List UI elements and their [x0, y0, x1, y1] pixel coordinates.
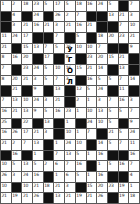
cell-number: 23: [23, 65, 28, 70]
cell-r5c0[interactable]: 8: [1, 54, 11, 64]
cell-number: 21: [2, 193, 7, 198]
cell-number: 20: [12, 76, 17, 81]
cell-number: 7: [55, 151, 58, 156]
block-cell-r14c11: [119, 151, 129, 161]
cell-r4c7[interactable]: 10: [76, 44, 86, 54]
cell-r4c12[interactable]: 9: [129, 44, 139, 54]
cell-r12c7[interactable]: 1: [76, 129, 86, 139]
cell-r11c12[interactable]: 9: [129, 119, 139, 129]
cell-number: 1: [87, 172, 90, 177]
cell-r7c3[interactable]: 3: [33, 76, 43, 86]
cell-r0c2[interactable]: 18: [22, 1, 32, 11]
cell-r7c9[interactable]: 5: [97, 76, 107, 86]
cell-r13c11[interactable]: 7: [119, 140, 129, 150]
cell-r17c4[interactable]: 18: [44, 183, 54, 193]
cell-number: 9: [34, 108, 37, 113]
cell-r15c9[interactable]: 1: [97, 161, 107, 171]
cell-number: 1: [34, 151, 37, 156]
cell-r15c1[interactable]: 5: [12, 161, 22, 171]
cell-r7c8[interactable]: 16: [87, 76, 97, 86]
cell-r6c4[interactable]: 5: [44, 65, 54, 75]
cell-number: 10: [87, 44, 92, 49]
cell-r3c12[interactable]: 21: [129, 33, 139, 43]
cell-r1c12[interactable]: 3: [129, 12, 139, 22]
cell-r9c5[interactable]: 21: [54, 97, 64, 107]
cell-r2c4[interactable]: 21: [44, 22, 54, 32]
cell-r17c6[interactable]: 3: [65, 183, 75, 193]
cell-number: 2: [66, 12, 69, 17]
given-letter: О: [65, 68, 75, 75]
cell-r6c0[interactable]: 7: [1, 65, 11, 75]
block-cell-r3c6: [65, 33, 75, 43]
cell-number: 16: [76, 161, 81, 166]
cell-r3c2[interactable]: 17: [22, 33, 32, 43]
cell-r7c10[interactable]: 5: [108, 76, 118, 86]
cell-r15c0[interactable]: 10: [1, 161, 11, 171]
cell-r2c2[interactable]: 21: [22, 22, 32, 32]
cell-number: 5: [108, 1, 111, 6]
cell-r15c7[interactable]: 16: [76, 161, 86, 171]
cell-r15c3[interactable]: 5: [33, 161, 43, 171]
cell-r16c6[interactable]: 6: [65, 172, 75, 182]
cell-r0c7[interactable]: 18: [76, 1, 86, 11]
cell-number: 5: [44, 65, 47, 70]
cell-r7c4[interactable]: 5: [44, 76, 54, 86]
cell-r17c3[interactable]: 21: [33, 183, 43, 193]
cell-r12c10[interactable]: 21: [108, 129, 118, 139]
cell-r12c4[interactable]: 3: [44, 129, 54, 139]
cell-number: 14: [98, 140, 103, 145]
block-cell-r8c12: [129, 86, 139, 96]
cell-r13c7[interactable]: 10: [76, 140, 86, 150]
cell-r17c9[interactable]: 20: [97, 183, 107, 193]
cell-number: 2: [12, 1, 15, 6]
cell-number: 7: [119, 76, 122, 81]
cell-number: 3: [44, 129, 47, 134]
cell-r2c11[interactable]: 7: [119, 22, 129, 32]
cell-number: 24: [87, 119, 92, 124]
cell-r10c8[interactable]: 10: [87, 108, 97, 118]
cell-r7c2[interactable]: 21: [22, 76, 32, 86]
cell-number: 21: [23, 22, 28, 27]
cell-r4c4[interactable]: 7: [44, 44, 54, 54]
cell-r1c5[interactable]: 26: [54, 12, 64, 22]
block-cell-r5c5: [54, 54, 64, 64]
cell-number: 7: [2, 65, 5, 70]
cell-r9c12[interactable]: 3: [129, 97, 139, 107]
cell-r16c0[interactable]: 26: [1, 172, 11, 182]
cell-r10c0[interactable]: 16: [1, 108, 11, 118]
cell-r6c11[interactable]: 13: [119, 65, 129, 75]
cell-r14c1[interactable]: 16: [12, 151, 22, 161]
cell-number: 16: [12, 54, 17, 59]
cell-r3c9[interactable]: 18: [97, 33, 107, 43]
cell-number: 14: [130, 76, 135, 81]
cell-r17c5[interactable]: 21: [54, 183, 64, 193]
cell-r17c11[interactable]: 19: [119, 183, 129, 193]
cell-r14c9[interactable]: 16: [97, 151, 107, 161]
cell-r18c11[interactable]: 19: [119, 193, 129, 203]
cell-number: 23: [66, 108, 71, 113]
cell-r14c3[interactable]: 1: [33, 151, 43, 161]
cell-number: 26: [2, 172, 7, 177]
block-cell-r11c7: [76, 119, 86, 129]
cell-r11c2[interactable]: 22: [22, 119, 32, 129]
cell-r8c3[interactable]: 9: [33, 86, 43, 96]
block-cell-r9c6: [65, 97, 75, 107]
cell-r18c1[interactable]: 19: [12, 193, 22, 203]
cell-r13c5[interactable]: 1: [54, 140, 64, 150]
cell-number: 3: [34, 76, 37, 81]
cell-r4c8[interactable]: 10: [87, 44, 97, 54]
cell-number: 7: [55, 76, 58, 81]
cell-r18c12[interactable]: 18: [129, 193, 139, 203]
cell-number: 15: [76, 65, 81, 70]
cell-number: 13: [55, 86, 60, 91]
cell-r12c3[interactable]: 21: [33, 129, 43, 139]
cell-r3c1[interactable]: 24: [12, 33, 22, 43]
cell-r11c4[interactable]: 13: [44, 119, 54, 129]
cell-r7c6[interactable]: 3Л: [65, 76, 75, 86]
cell-r11c8[interactable]: 24: [87, 119, 97, 129]
block-cell-r4c11: [119, 44, 129, 54]
cell-r18c0[interactable]: 21: [1, 193, 11, 203]
cell-number: 23: [87, 54, 92, 59]
cell-number: 16: [2, 108, 7, 113]
cell-number: 1: [2, 1, 5, 6]
cell-r3c7[interactable]: 5: [76, 33, 86, 43]
cell-r4c3[interactable]: 13: [33, 44, 43, 54]
cell-number: 24: [12, 33, 17, 38]
cell-r5c4[interactable]: 17: [44, 54, 54, 64]
cell-r0c5[interactable]: 17: [54, 1, 64, 11]
cell-r10c11[interactable]: 5: [119, 108, 129, 118]
cell-r13c12[interactable]: 11: [129, 140, 139, 150]
cell-number: 20: [23, 54, 28, 59]
cell-r16c2[interactable]: 24: [22, 172, 32, 182]
cell-number: 11: [130, 140, 135, 145]
cell-number: 5: [108, 76, 111, 81]
cell-number: 1: [98, 161, 101, 166]
cell-r3c5[interactable]: 7: [54, 33, 64, 43]
cell-number: 21: [66, 193, 71, 198]
cell-number: 2: [44, 161, 47, 166]
cell-r15c10[interactable]: 5: [108, 161, 118, 171]
cell-r14c8[interactable]: 1: [87, 151, 97, 161]
block-cell-r14c10: [108, 151, 118, 161]
cell-number: 5: [44, 1, 47, 6]
block-cell-r11c5: [54, 119, 64, 129]
cell-number: 5: [55, 44, 58, 49]
cell-r10c5[interactable]: 16: [54, 108, 64, 118]
cell-r1c6[interactable]: 2: [65, 12, 75, 22]
cell-number: 1: [66, 119, 69, 124]
cell-r13c2[interactable]: 7: [22, 140, 32, 150]
cell-number: 5: [108, 108, 111, 113]
cell-r2c3[interactable]: 16: [33, 22, 43, 32]
cell-r15c4[interactable]: 2: [44, 161, 54, 171]
cell-number: 21: [34, 183, 39, 188]
cell-number: 5: [76, 172, 79, 177]
cell-number: 21: [2, 140, 7, 145]
cell-r8c9[interactable]: 24: [97, 86, 107, 96]
block-cell-r8c0: [1, 86, 11, 96]
cell-number: 21: [87, 65, 92, 70]
cell-r2c12[interactable]: 10: [129, 22, 139, 32]
cell-r5c1[interactable]: 16: [12, 54, 22, 64]
cell-r9c7[interactable]: 2: [76, 97, 86, 107]
cell-r16c12[interactable]: 4: [129, 172, 139, 182]
cell-r6c6[interactable]: 16О: [65, 65, 75, 75]
cell-r2c8[interactable]: 21: [87, 22, 97, 32]
cell-r5c2[interactable]: 20: [22, 54, 32, 64]
cell-r0c0[interactable]: 1: [1, 1, 11, 11]
cell-r7c5[interactable]: 7: [54, 76, 64, 86]
cell-r9c9[interactable]: 3: [97, 97, 107, 107]
cell-r0c3[interactable]: 23: [33, 1, 43, 11]
cell-r9c11[interactable]: 16: [119, 97, 129, 107]
cell-r13c6[interactable]: 24: [65, 140, 75, 150]
cell-r3c10[interactable]: 20: [108, 33, 118, 43]
block-cell-r17c7: [76, 183, 86, 193]
cell-r18c5[interactable]: 13: [54, 193, 64, 203]
cell-r12c2[interactable]: 17: [22, 129, 32, 139]
cell-r15c12[interactable]: 7: [129, 161, 139, 171]
block-cell-r1c8: [87, 12, 97, 22]
given-letter: Г: [65, 57, 75, 64]
cell-r18c2[interactable]: 21: [22, 193, 32, 203]
cell-r18c9[interactable]: 26: [97, 193, 107, 203]
cell-r11c6[interactable]: 1: [65, 119, 75, 129]
cell-r4c9[interactable]: 7: [97, 44, 107, 54]
cell-r8c8[interactable]: 5: [87, 86, 97, 96]
cell-r10c4[interactable]: 5: [44, 108, 54, 118]
cell-r4c5[interactable]: 5: [54, 44, 64, 54]
cell-r16c9[interactable]: 16: [97, 172, 107, 182]
cell-r1c10[interactable]: 13: [108, 12, 118, 22]
cell-r8c7[interactable]: 12: [76, 86, 86, 96]
cell-r6c7[interactable]: 15: [76, 65, 86, 75]
cell-number: 20: [98, 183, 103, 188]
cell-number: 3: [130, 12, 133, 17]
cell-r3c0[interactable]: 11: [1, 33, 11, 43]
cell-r10c12[interactable]: 7: [129, 108, 139, 118]
block-cell-r4c10: [108, 44, 118, 54]
cell-number: 9: [130, 119, 133, 124]
cell-r0c6[interactable]: 5: [65, 1, 75, 11]
cell-r1c3[interactable]: 24: [33, 12, 43, 22]
cell-r9c2[interactable]: 10: [22, 97, 32, 107]
cell-r6c2[interactable]: 23: [22, 65, 32, 75]
cell-r5c8[interactable]: 23: [87, 54, 97, 64]
block-cell-r13c8: [87, 140, 97, 150]
cell-r0c1[interactable]: 2: [12, 1, 22, 11]
cell-r9c8[interactable]: 1: [87, 97, 97, 107]
cell-number: 21: [119, 12, 124, 17]
block-cell-r16c4: [44, 172, 54, 182]
cell-r12c1[interactable]: 26: [12, 129, 22, 139]
cell-r7c11[interactable]: 7: [119, 76, 129, 86]
cell-r0c9[interactable]: 24: [97, 1, 107, 11]
cell-r2c7[interactable]: 16: [76, 22, 86, 32]
cell-r14c6[interactable]: 13: [65, 151, 75, 161]
cell-number: 6: [55, 161, 58, 166]
cell-number: 26: [98, 193, 103, 198]
cell-r6c3[interactable]: 24: [33, 65, 43, 75]
cell-r4c6[interactable]: 26У: [65, 44, 75, 54]
cell-r16c8[interactable]: 1: [87, 172, 97, 182]
cell-r0c4[interactable]: 5: [44, 1, 54, 11]
cell-number: 7: [108, 97, 111, 102]
block-cell-r2c0: [1, 22, 11, 32]
cell-r18c3[interactable]: 26: [33, 193, 43, 203]
cell-number: 24: [34, 65, 39, 70]
cell-r14c12[interactable]: 16: [129, 151, 139, 161]
cell-number: 13: [119, 65, 124, 70]
cell-r5c9[interactable]: 20: [97, 54, 107, 64]
cell-r5c10[interactable]: 15: [108, 54, 118, 64]
cell-r17c8[interactable]: 15: [87, 183, 97, 193]
block-cell-r12c5: [54, 129, 64, 139]
cell-r2c5[interactable]: 3: [54, 22, 64, 32]
cell-number: 3: [44, 97, 47, 102]
cell-r6c8[interactable]: 21: [87, 65, 97, 75]
cell-r10c9[interactable]: 13: [97, 108, 107, 118]
cell-number: 18: [98, 33, 103, 38]
cell-r12c0[interactable]: 16: [1, 129, 11, 139]
cell-number: 24: [23, 172, 28, 177]
cell-r1c11[interactable]: 21: [119, 12, 129, 22]
cell-r12c11[interactable]: 5: [119, 129, 129, 139]
cell-number: 3: [12, 172, 15, 177]
cell-r1c7[interactable]: 7: [76, 12, 86, 22]
block-cell-r1c9: [97, 12, 107, 22]
cell-number: 4: [12, 12, 15, 17]
cell-r2c6[interactable]: 21: [65, 22, 75, 32]
cell-r5c11[interactable]: 21: [119, 54, 129, 64]
cell-number: 19: [76, 193, 81, 198]
cell-number: 1: [130, 183, 133, 188]
cell-r7c0[interactable]: 8: [1, 76, 11, 86]
cell-r14c7[interactable]: 5: [76, 151, 86, 161]
block-cell-r11c1: [12, 119, 22, 129]
cell-r13c1[interactable]: 2: [12, 140, 22, 150]
cell-r10c7[interactable]: 1: [76, 108, 86, 118]
cell-r0c10[interactable]: 5: [108, 1, 118, 11]
cell-r16c7[interactable]: 5: [76, 172, 86, 182]
cell-r11c10[interactable]: 5: [108, 119, 118, 129]
cell-number: 21: [2, 44, 7, 49]
cell-r7c1[interactable]: 20: [12, 76, 22, 86]
cell-r9c3[interactable]: 24: [33, 97, 43, 107]
cell-r10c6[interactable]: 23: [65, 108, 75, 118]
cell-number: 18: [44, 183, 49, 188]
cell-r10c1[interactable]: 21: [12, 108, 22, 118]
cell-number: 21: [23, 76, 28, 81]
cell-r16c5[interactable]: 1: [54, 172, 64, 182]
cell-r17c12[interactable]: 1: [129, 183, 139, 193]
cell-r15c5[interactable]: 6: [54, 161, 64, 171]
block-cell-r11c11: [119, 119, 129, 129]
cell-r4c0[interactable]: 21: [1, 44, 11, 54]
cell-r16c3[interactable]: 16: [33, 172, 43, 182]
cell-r11c9[interactable]: 10: [97, 119, 107, 129]
cell-number: 24: [66, 140, 71, 145]
cell-r6c5[interactable]: 10: [54, 65, 64, 75]
cell-r1c1[interactable]: 4: [12, 12, 22, 22]
cell-r15c6[interactable]: 7: [65, 161, 75, 171]
block-cell-r16c10: [108, 172, 118, 182]
block-cell-r2c10: [108, 22, 118, 32]
cell-number: 21: [87, 193, 92, 198]
cell-r13c0[interactable]: 21: [1, 140, 11, 150]
cell-r11c0[interactable]: 25: [1, 119, 11, 129]
cell-r12c12[interactable]: 24: [129, 129, 139, 139]
cell-r10c10[interactable]: 5: [108, 108, 118, 118]
cell-number: 13: [34, 140, 39, 145]
cell-r0c12[interactable]: 7: [129, 1, 139, 11]
cell-r6c9[interactable]: 14: [97, 65, 107, 75]
cell-r5c6[interactable]: 8Г: [65, 54, 75, 64]
cell-number: 3: [55, 22, 58, 27]
cell-r8c5[interactable]: 13: [54, 86, 64, 96]
cell-r18c7[interactable]: 19: [76, 193, 86, 203]
cell-number: 3: [130, 97, 133, 102]
cell-r13c3[interactable]: 13: [33, 140, 43, 150]
cell-r8c11[interactable]: 11: [119, 86, 129, 96]
cell-r16c1[interactable]: 3: [12, 172, 22, 182]
given-letter: У: [65, 47, 75, 54]
cell-r17c0[interactable]: 10: [1, 183, 11, 193]
cell-number: 13: [108, 12, 113, 17]
cell-r17c10[interactable]: 23: [108, 183, 118, 193]
cell-number: 21: [23, 193, 28, 198]
cell-r12c8[interactable]: 7: [87, 129, 97, 139]
cell-r8c1[interactable]: 21: [12, 86, 22, 96]
cell-r18c6[interactable]: 21: [65, 193, 75, 203]
cell-r7c12[interactable]: 14: [129, 76, 139, 86]
block-cell-r4c1: [12, 44, 22, 54]
cell-r14c5[interactable]: 7: [54, 151, 64, 161]
cell-r15c2[interactable]: 13: [22, 161, 32, 171]
cell-number: 15: [108, 54, 113, 59]
cell-r12c6[interactable]: 10: [65, 129, 75, 139]
cell-number: 24: [34, 97, 39, 102]
cell-r2c1[interactable]: 3: [12, 22, 22, 32]
cell-r15c11[interactable]: 16: [119, 161, 129, 171]
cell-r10c2[interactable]: 13: [22, 108, 32, 118]
cell-r13c10[interactable]: 5: [108, 140, 118, 150]
block-cell-r13c4: [44, 140, 54, 150]
cell-r18c8[interactable]: 21: [87, 193, 97, 203]
cell-r3c11[interactable]: 23: [119, 33, 129, 43]
cell-number: 5: [98, 76, 101, 81]
cell-number: 21: [108, 129, 113, 134]
cell-r9c1[interactable]: 13: [12, 97, 22, 107]
cell-r10c3[interactable]: 9: [33, 108, 43, 118]
cell-r4c2[interactable]: 15: [22, 44, 32, 54]
cell-r13c9[interactable]: 14: [97, 140, 107, 150]
cell-r0c8[interactable]: 16: [87, 1, 97, 11]
cell-r9c0[interactable]: 7: [1, 97, 11, 107]
cell-number: 16: [2, 129, 7, 134]
codeword-puzzle-page: 1218235175181624574242627132133211621321…: [0, 0, 140, 204]
cell-r9c10[interactable]: 7: [108, 97, 118, 107]
cell-r17c2[interactable]: 10: [22, 183, 32, 193]
cell-r9c4[interactable]: 3: [44, 97, 54, 107]
cell-number: 16: [119, 161, 124, 166]
cell-number: 23: [119, 33, 124, 38]
